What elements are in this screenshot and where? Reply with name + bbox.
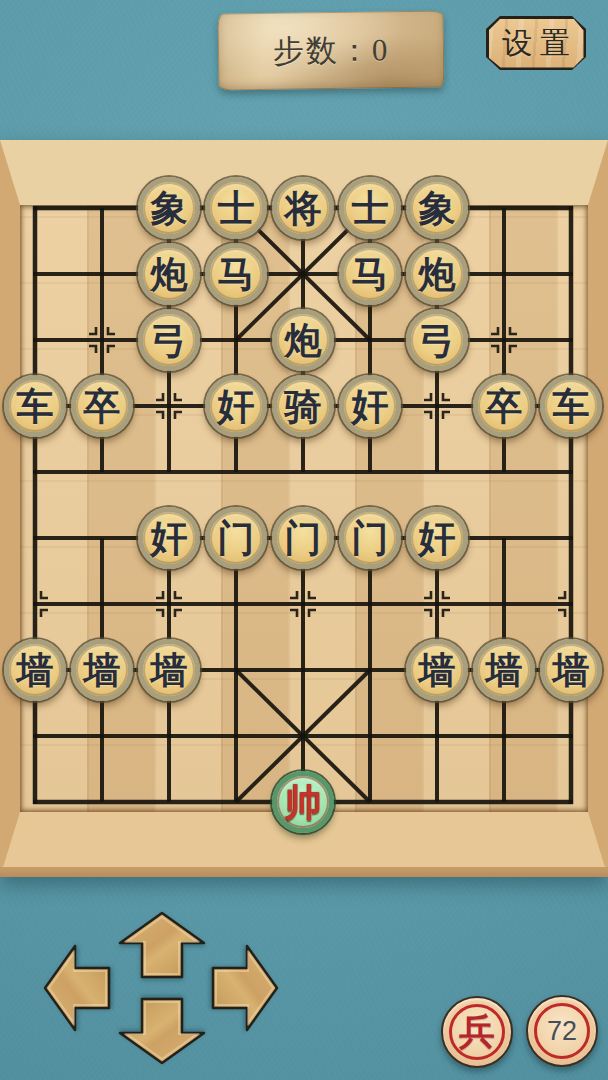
soldier-button[interactable]: 兵 [441, 996, 513, 1068]
piece-墙[interactable]: 墙 [540, 639, 602, 701]
settings-button[interactable]: 设置 [486, 16, 586, 70]
piece-弓[interactable]: 弓 [406, 309, 468, 371]
piece-车[interactable]: 车 [4, 375, 66, 437]
steps-counter: 步数：0 [217, 10, 444, 90]
piece-象[interactable]: 象 [406, 177, 468, 239]
piece-马[interactable]: 马 [339, 243, 401, 305]
soldier-button-ring: 兵 [449, 1004, 505, 1060]
piece-炮[interactable]: 炮 [406, 243, 468, 305]
piece-骑[interactable]: 骑 [272, 375, 334, 437]
settings-button-face: 设置 [489, 19, 584, 68]
piece-卒[interactable]: 卒 [71, 375, 133, 437]
piece-门[interactable]: 门 [205, 507, 267, 569]
piece-弓[interactable]: 弓 [138, 309, 200, 371]
piece-墙[interactable]: 墙 [71, 639, 133, 701]
steps-counter-label: 步数：0 [272, 29, 389, 73]
settings-button-label: 设置 [494, 23, 578, 64]
piece-奸[interactable]: 奸 [339, 375, 401, 437]
piece-墙[interactable]: 墙 [4, 639, 66, 701]
piece-炮[interactable]: 炮 [138, 243, 200, 305]
piece-炮[interactable]: 炮 [272, 309, 334, 371]
piece-士[interactable]: 士 [339, 177, 401, 239]
level-button[interactable]: 72 [526, 995, 598, 1067]
piece-帅[interactable]: 帅 [272, 771, 334, 833]
piece-墙[interactable]: 墙 [138, 639, 200, 701]
dpad-up-button[interactable] [118, 911, 206, 979]
soldier-button-label: 兵 [459, 1008, 495, 1057]
piece-门[interactable]: 门 [272, 507, 334, 569]
piece-墙[interactable]: 墙 [473, 639, 535, 701]
dpad-down-button[interactable] [118, 997, 206, 1065]
piece-奸[interactable]: 奸 [138, 507, 200, 569]
piece-卒[interactable]: 卒 [473, 375, 535, 437]
piece-门[interactable]: 门 [339, 507, 401, 569]
piece-车[interactable]: 车 [540, 375, 602, 437]
level-button-label: 72 [547, 1016, 577, 1047]
dpad-right-button[interactable] [211, 944, 279, 1032]
piece-士[interactable]: 士 [205, 177, 267, 239]
level-button-ring: 72 [534, 1003, 590, 1059]
piece-墙[interactable]: 墙 [406, 639, 468, 701]
piece-将[interactable]: 将 [272, 177, 334, 239]
piece-奸[interactable]: 奸 [406, 507, 468, 569]
piece-象[interactable]: 象 [138, 177, 200, 239]
board-frame-edge [0, 867, 608, 877]
piece-马[interactable]: 马 [205, 243, 267, 305]
dpad-left-button[interactable] [43, 944, 111, 1032]
piece-奸[interactable]: 奸 [205, 375, 267, 437]
